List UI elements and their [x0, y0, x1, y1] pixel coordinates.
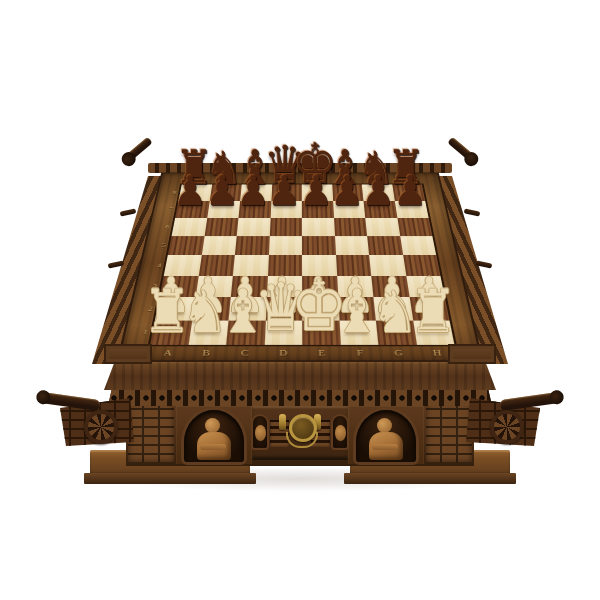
file-label-b: B [185, 345, 226, 364]
piece-dark-pawn-d7[interactable]: ♟ [268, 171, 301, 212]
square-f5[interactable] [335, 236, 370, 255]
piece-light-rook-h1[interactable]: ♜ [409, 281, 457, 341]
cannon-icon-far-right [447, 137, 477, 164]
square-a6[interactable] [172, 218, 207, 236]
square-h5[interactable] [400, 236, 437, 255]
square-c5[interactable] [235, 236, 269, 255]
dentil-crenellation-trim [108, 388, 492, 406]
figure-arm [200, 444, 226, 450]
foot-right-step [344, 473, 516, 484]
piece-dark-pawn-e7[interactable]: ♟ [299, 171, 332, 212]
square-a5[interactable] [168, 236, 204, 255]
file-labels: ABCDEFGH [146, 345, 458, 364]
cannon-wheel-icon-left [84, 410, 118, 444]
cannon-muzzle [461, 149, 481, 169]
stepped-corner-molding-right [448, 344, 496, 364]
cannon-icon-far-left [123, 137, 153, 164]
piece-dark-pawn-b7[interactable]: ♟ [205, 171, 238, 212]
square-e6[interactable] [302, 218, 335, 236]
brick-tower-right [426, 402, 472, 462]
file-label-d: D [263, 345, 302, 364]
small-arch-right [333, 416, 347, 448]
carved-face-icon [335, 425, 346, 441]
cannon-wheel-icon-right [490, 410, 524, 444]
side-cannon-peg [464, 208, 481, 216]
cannon-muzzle [119, 149, 139, 169]
file-label-e: E [302, 345, 341, 364]
side-cannon-peg [120, 208, 137, 216]
square-d5[interactable] [268, 236, 302, 255]
square-g6[interactable] [365, 218, 399, 236]
piece-dark-pawn-h7[interactable]: ♟ [393, 171, 426, 212]
figure-arm [372, 444, 398, 450]
square-g5[interactable] [367, 236, 403, 255]
piece-dark-pawn-g7[interactable]: ♟ [362, 171, 395, 212]
cannon-muzzle [35, 389, 51, 405]
file-label-f: F [340, 345, 380, 364]
brick-tower-left [128, 402, 174, 462]
carved-face-icon [255, 425, 266, 441]
brass-cartridge-left [279, 414, 286, 430]
arched-niche-left [176, 404, 252, 464]
square-f6[interactable] [334, 218, 368, 236]
figure-head [377, 418, 392, 433]
square-b5[interactable] [201, 236, 236, 255]
arch-opening [356, 410, 416, 462]
rank-label-5: 5 [144, 236, 172, 255]
square-e5[interactable] [302, 236, 336, 255]
arch-opening [184, 410, 244, 462]
piece-dark-pawn-f7[interactable]: ♟ [330, 171, 363, 212]
square-h6[interactable] [397, 218, 432, 236]
piece-dark-pawn-c7[interactable]: ♟ [236, 171, 269, 212]
piece-dark-pawn-a7[interactable]: ♟ [174, 171, 207, 212]
foot-left-step [84, 473, 256, 484]
square-b6[interactable] [204, 218, 238, 236]
pieces-layer: ♜♞♝♛♚♝♞♜♟♟♟♟♟♟♟♟♟♟♟♟♟♟♟♟♜♞♝♛♚♝♞♜ [0, 0, 600, 600]
carved-figure-left [196, 418, 232, 460]
file-label-g: G [378, 345, 419, 364]
file-label-c: C [224, 345, 264, 364]
file-label-a: A [146, 345, 188, 364]
square-d6[interactable] [269, 218, 302, 236]
small-arch-left [253, 416, 267, 448]
arched-niche-right [348, 404, 424, 464]
figure-head [205, 418, 220, 433]
chess-table-scene: ABCDEFGH 87654321 ♜♞♝♛♚♝♞♜♟♟♟♟♟♟♟♟♟♟♟♟♟♟… [0, 0, 600, 600]
carved-figure-right [368, 418, 404, 460]
rank-label-6: 6 [148, 218, 175, 236]
stepped-corner-molding-left [104, 344, 152, 364]
cannon-muzzle [549, 389, 565, 405]
center-drawer-panel [252, 406, 348, 460]
square-c6[interactable] [237, 218, 270, 236]
